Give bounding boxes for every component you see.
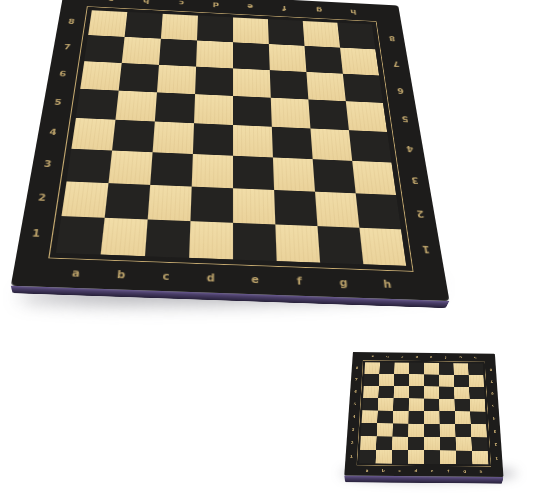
square-e7 [233,42,270,70]
square-h2 [471,437,488,451]
square-a4 [71,118,115,151]
square-a6 [80,61,121,90]
square-h4 [470,411,486,424]
square-g6 [306,72,345,101]
square-h8 [468,363,483,375]
square-f8 [268,19,305,46]
rank-label-3-right: 3 [410,175,418,184]
file-label-f-bottom: f [447,470,449,474]
file-label-b-bottom: b [382,469,385,473]
square-b6 [378,386,394,398]
square-h7 [340,48,379,76]
rank-label-5-left: 5 [54,98,62,106]
square-d2 [408,437,424,451]
rank-label-3-left: 3 [43,160,52,169]
file-label-h-top: h [350,8,357,14]
file-label-g-bottom: g [339,278,348,288]
square-f1 [275,224,320,262]
square-c4 [153,121,194,154]
square-d3 [408,424,424,437]
rank-label-8-left: 8 [68,18,76,25]
square-b6 [119,63,159,92]
rank-label-3-right: 3 [493,429,496,432]
square-a5 [76,89,119,120]
square-e1 [233,223,277,261]
square-c1 [145,219,190,257]
square-g1 [317,226,363,264]
rank-label-1-right: 1 [421,243,430,253]
square-c1 [392,450,408,464]
file-labels-top: abcdefgh [365,352,482,361]
file-label-a-top: a [371,355,374,358]
square-f6 [439,387,454,399]
rank-label-8-left: 8 [356,366,359,369]
file-label-c-bottom: c [162,272,169,282]
file-label-d-bottom: d [207,273,215,283]
square-h6 [343,74,383,103]
rank-label-2-right: 2 [494,442,497,445]
square-a2 [360,436,377,450]
square-d1 [408,450,424,464]
file-label-a-top: a [108,0,115,2]
square-d3 [192,154,233,188]
square-b3 [377,423,393,436]
file-label-e-top: e [430,356,433,359]
square-a2 [61,181,108,217]
square-c3 [150,152,193,186]
file-label-f-top: f [445,356,447,359]
square-h5 [470,399,486,412]
square-c6 [394,386,409,398]
square-a6 [363,386,379,398]
square-f6 [270,70,309,99]
file-label-c-top: c [401,355,403,358]
square-f7 [439,375,454,387]
square-g5 [308,99,349,130]
square-g4 [310,128,352,160]
square-c5 [155,92,195,123]
small-chessboard: abcdefgh abcdefgh 87654321 87654321 [344,352,503,477]
product-photo-canvas: abcdefgh abcdefgh 87654321 87654321 abcd… [0,0,533,497]
square-h5 [346,101,387,132]
square-d7 [196,40,233,68]
square-a1 [359,450,376,464]
square-a8 [88,10,127,37]
square-b7 [122,37,161,65]
chess-grid [359,362,488,464]
square-d6 [195,67,233,96]
file-label-e-bottom: e [431,469,434,473]
rank-label-5-left: 5 [353,402,356,405]
rank-label-2-left: 2 [351,441,354,444]
file-label-f-top: f [283,5,287,11]
file-label-e-top: e [247,3,253,9]
square-d7 [409,374,424,386]
square-b4 [112,120,155,153]
file-label-h-bottom: h [479,470,482,474]
square-a5 [362,398,378,411]
square-b2 [376,436,392,450]
rank-label-5-right: 5 [492,404,495,407]
square-d5 [409,398,424,411]
square-c8 [394,362,409,374]
square-e7 [424,374,439,386]
file-label-b-bottom: b [116,270,125,280]
square-a8 [364,362,379,374]
square-e6 [233,68,271,97]
file-label-h-top: h [474,356,477,359]
square-d4 [193,123,233,155]
file-label-b-top: b [143,0,150,4]
square-g4 [455,411,471,424]
square-f4 [439,411,455,424]
rank-label-7-right: 7 [392,60,399,67]
square-h7 [469,375,485,387]
square-c4 [393,411,409,424]
square-b1 [375,450,392,464]
square-e6 [424,386,439,398]
file-label-d-top: d [415,355,418,358]
square-g8 [453,363,468,375]
rank-label-4-right: 4 [405,144,413,152]
square-d8 [409,363,424,375]
square-c7 [159,39,197,67]
file-label-g-top: g [316,7,323,13]
square-f5 [439,399,455,412]
square-e4 [424,411,440,424]
square-f7 [269,44,307,72]
square-a3 [361,423,377,436]
small-board-surface: abcdefgh abcdefgh 87654321 87654321 [344,352,503,477]
square-b8 [379,362,394,374]
square-f3 [440,424,456,437]
large-chessboard: abcdefgh abcdefgh 87654321 87654321 [11,0,450,301]
rank-label-7-left: 7 [355,378,358,381]
rank-label-6-right: 6 [491,392,494,395]
square-f8 [439,363,454,375]
rank-label-6-left: 6 [59,70,67,77]
square-c6 [157,65,196,94]
square-g8 [303,21,340,48]
square-d6 [409,386,424,398]
square-e3 [233,156,274,190]
file-label-d-top: d [212,1,218,7]
square-f5 [271,98,311,129]
square-d1 [189,221,233,259]
square-g1 [456,451,473,465]
file-label-a-bottom: a [71,268,80,278]
file-label-c-top: c [178,0,184,6]
square-d8 [197,16,233,43]
square-e5 [424,399,439,412]
square-d2 [190,187,233,223]
square-b5 [378,398,394,411]
square-c3 [392,423,408,436]
square-e1 [424,450,440,464]
square-e5 [233,96,272,127]
square-b5 [115,91,156,122]
rank-label-8-right: 8 [489,368,492,371]
square-a4 [362,410,378,423]
square-e3 [424,424,440,437]
square-h6 [469,387,485,399]
square-e8 [424,363,439,375]
rank-label-4-right: 4 [492,416,495,419]
square-g5 [454,399,470,412]
square-h2 [356,193,401,229]
rank-label-5-right: 5 [400,114,408,122]
square-a1 [56,216,105,255]
square-g3 [313,159,356,193]
board-side-edge [344,476,503,484]
square-f3 [273,157,315,191]
rank-label-1-left: 1 [31,229,40,239]
square-c5 [393,398,409,411]
square-b4 [377,411,393,424]
square-d4 [408,411,424,424]
rank-label-6-left: 6 [354,390,357,393]
square-e4 [233,125,273,157]
square-e2 [233,188,275,224]
large-board-surface: abcdefgh abcdefgh 87654321 87654321 [11,0,450,301]
square-f4 [272,127,313,159]
square-a7 [364,374,380,386]
file-label-h-bottom: h [383,280,392,290]
square-c2 [148,185,192,221]
square-h3 [352,161,396,195]
square-c7 [394,374,409,386]
square-f2 [274,190,317,226]
square-h4 [349,130,392,162]
square-g7 [305,46,343,74]
rank-label-4-left: 4 [352,415,355,418]
file-label-d-bottom: d [414,469,417,473]
square-g6 [454,387,470,399]
square-b1 [101,218,148,256]
rank-label-2-right: 2 [415,208,424,217]
square-f2 [440,437,456,451]
square-g3 [455,424,471,437]
square-f1 [440,450,456,464]
file-label-g-top: g [459,356,462,359]
square-g7 [454,375,469,387]
square-h1 [472,451,489,465]
square-a3 [67,149,113,183]
square-a7 [84,35,124,63]
square-h3 [471,424,487,437]
rank-label-2-left: 2 [38,193,47,202]
square-g2 [315,192,359,228]
file-label-e-bottom: e [251,275,259,285]
rank-label-6-right: 6 [396,86,404,93]
rank-label-3-left: 3 [352,428,355,431]
square-d5 [194,94,233,125]
rank-label-7-left: 7 [63,44,71,51]
square-h1 [359,228,406,266]
chess-grid [56,10,406,266]
square-h8 [337,23,375,50]
square-g2 [456,437,472,451]
square-c2 [392,437,408,451]
file-label-c-bottom: c [398,469,401,473]
file-label-b-top: b [386,355,389,358]
file-label-f-bottom: f [297,277,302,287]
rank-label-7-right: 7 [490,380,493,383]
square-b3 [108,151,152,185]
square-c8 [161,14,198,41]
file-label-a-bottom: a [365,469,368,473]
square-b7 [379,374,394,386]
rank-label-8-right: 8 [388,34,395,41]
square-b2 [105,183,151,219]
rank-label-1-left: 1 [350,455,353,459]
rank-label-4-left: 4 [49,128,58,136]
square-e8 [233,17,269,44]
square-b8 [125,12,163,39]
file-label-g-bottom: g [463,470,466,474]
rank-label-1-right: 1 [495,456,498,460]
square-e2 [424,437,440,451]
